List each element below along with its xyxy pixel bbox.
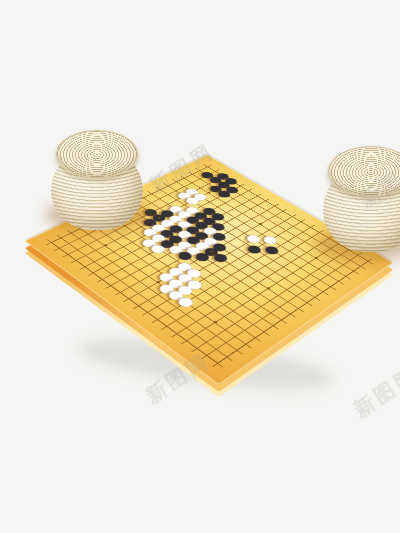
photo-canvas: ●●●●●●●●●●●●●●●●●●●●●●●●●●●●●●●●●●●●●●●●… <box>0 0 400 533</box>
stone-bowl-left <box>50 130 144 230</box>
stone-bowl-right <box>322 146 400 252</box>
watermark-text: 新图网 <box>350 364 400 420</box>
bowl-lid <box>56 130 138 178</box>
